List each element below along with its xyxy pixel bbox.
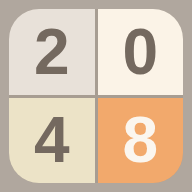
- tile-8-digit: 8: [122, 108, 158, 172]
- tile-2-digit: 2: [34, 20, 70, 84]
- tile-0: 0: [98, 9, 184, 95]
- app-icon-2048-board[interactable]: 2 0 4 8: [9, 9, 183, 183]
- tile-8: 8: [98, 98, 184, 184]
- tile-0-digit: 0: [122, 20, 158, 84]
- tile-2: 2: [9, 9, 95, 95]
- tile-4-digit: 4: [34, 108, 70, 172]
- tile-4: 4: [9, 98, 95, 184]
